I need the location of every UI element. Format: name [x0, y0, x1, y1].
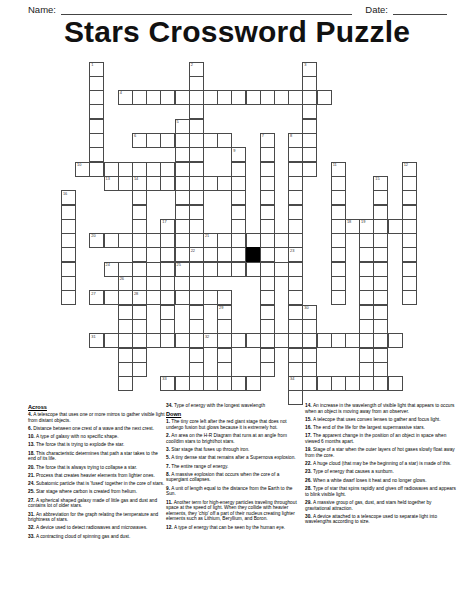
grid-cell[interactable]	[118, 262, 133, 277]
black-cell	[246, 247, 261, 262]
cell-number: 9	[233, 149, 235, 153]
grid-cell[interactable]	[189, 305, 204, 320]
grid-cell[interactable]	[331, 290, 346, 305]
grid-cell[interactable]	[175, 133, 190, 148]
grid-cell[interactable]	[260, 290, 275, 305]
grid-cell[interactable]	[118, 333, 133, 348]
grid-cell[interactable]	[373, 333, 388, 348]
grid-cell[interactable]	[231, 205, 246, 220]
clue-number: 8.	[166, 472, 171, 477]
grid-cell[interactable]	[274, 333, 289, 348]
grid-cell[interactable]	[118, 176, 133, 191]
grid-cell[interactable]: 20	[89, 233, 104, 248]
grid-cell[interactable]: 10	[75, 162, 90, 177]
grid-cell[interactable]	[331, 376, 346, 391]
grid-cell[interactable]	[217, 290, 232, 305]
grid-cell[interactable]	[118, 362, 133, 377]
grid-cell[interactable]	[373, 305, 388, 320]
grid-cell[interactable]	[160, 319, 175, 334]
grid-cell[interactable]	[89, 76, 104, 91]
grid-cell[interactable]	[317, 333, 332, 348]
grid-cell[interactable]: 9	[231, 147, 246, 162]
cell-number: 14	[134, 177, 138, 181]
grid-cell[interactable]: 7	[260, 133, 275, 148]
grid-cell[interactable]	[288, 276, 303, 291]
grid-cell[interactable]	[288, 262, 303, 277]
grid-cell[interactable]	[246, 333, 261, 348]
grid-cell[interactable]	[175, 247, 190, 262]
grid-cell[interactable]	[89, 90, 104, 105]
grid-cell[interactable]	[288, 190, 303, 205]
grid-cell[interactable]	[359, 319, 374, 334]
grid-cell[interactable]	[132, 162, 147, 177]
grid-cell[interactable]	[61, 262, 76, 277]
grid-cell[interactable]	[175, 90, 190, 105]
grid-cell[interactable]	[160, 176, 175, 191]
grid-cell[interactable]	[146, 176, 161, 191]
grid-cell[interactable]: 28	[132, 290, 147, 305]
grid-cell[interactable]	[160, 276, 175, 291]
clue-8-down: 8. A massive explosion that occurs when …	[166, 472, 302, 483]
grid-cell[interactable]	[189, 90, 204, 105]
grid-cell[interactable]	[189, 319, 204, 334]
grid-cell[interactable]	[260, 147, 275, 162]
grid-cell[interactable]: 18	[345, 219, 360, 234]
grid-cell[interactable]	[331, 262, 346, 277]
grid-cell[interactable]	[260, 305, 275, 320]
grid-cell[interactable]	[373, 362, 388, 377]
grid-cell[interactable]	[359, 362, 374, 377]
grid-cell[interactable]	[118, 305, 133, 320]
grid-cell[interactable]: 17	[160, 219, 175, 234]
grid-cell[interactable]	[302, 90, 317, 105]
grid-cell[interactable]	[118, 319, 133, 334]
grid-cell[interactable]	[302, 348, 317, 363]
grid-cell[interactable]	[317, 376, 332, 391]
grid-cell[interactable]	[132, 247, 147, 262]
clue-18-across: 18. This characteristic determines that …	[28, 451, 165, 462]
grid-cell[interactable]	[132, 333, 147, 348]
grid-cell[interactable]	[132, 205, 147, 220]
grid-cell[interactable]	[118, 162, 133, 177]
grid-cell[interactable]	[189, 362, 204, 377]
clue-number: 23.	[305, 469, 313, 474]
grid-cell[interactable]	[146, 162, 161, 177]
grid-cell[interactable]	[302, 133, 317, 148]
grid-cell[interactable]	[189, 147, 204, 162]
clue-17-down: 17. The apparent change in the position …	[305, 433, 458, 444]
grid-cell[interactable]	[359, 305, 374, 320]
grid-cell[interactable]: 30	[302, 305, 317, 320]
grid-cell[interactable]	[89, 133, 104, 148]
grid-cell[interactable]	[373, 247, 388, 262]
grid-cell[interactable]	[104, 333, 119, 348]
grid-cell[interactable]	[175, 205, 190, 220]
grid-cell[interactable]	[331, 190, 346, 205]
grid-cell[interactable]	[302, 162, 317, 177]
grid-cell[interactable]	[175, 162, 190, 177]
grid-cell[interactable]	[160, 133, 175, 148]
clue-number: 13.	[28, 442, 36, 447]
grid-cell[interactable]	[104, 290, 119, 305]
grid-cell[interactable]	[217, 348, 232, 363]
down-header: Down	[166, 411, 302, 417]
grid-cell[interactable]	[288, 176, 303, 191]
grid-cell[interactable]	[175, 176, 190, 191]
grid-cell[interactable]: 16	[61, 190, 76, 205]
grid-cell[interactable]	[61, 205, 76, 220]
grid-cell[interactable]	[61, 233, 76, 248]
grid-cell[interactable]	[189, 133, 204, 148]
grid-cell[interactable]: 21	[203, 233, 218, 248]
grid-cell[interactable]: 12	[402, 162, 417, 177]
grid-cell[interactable]	[359, 376, 374, 391]
grid-cell[interactable]	[61, 219, 76, 234]
grid-cell[interactable]	[189, 76, 204, 91]
grid-cell[interactable]	[189, 104, 204, 119]
grid-cell[interactable]: 1	[89, 62, 104, 77]
grid-cell[interactable]	[217, 176, 232, 191]
grid-cell[interactable]	[388, 219, 403, 234]
grid-cell[interactable]	[175, 190, 190, 205]
grid-cell[interactable]	[217, 247, 232, 262]
grid-cell[interactable]	[175, 333, 190, 348]
grid-cell[interactable]	[217, 262, 232, 277]
grid-cell[interactable]	[345, 333, 360, 348]
grid-cell[interactable]	[146, 333, 161, 348]
grid-cell[interactable]	[246, 376, 261, 391]
grid-cell[interactable]	[402, 290, 417, 305]
grid-cell[interactable]	[217, 362, 232, 377]
grid-cell[interactable]	[302, 362, 317, 377]
grid-cell[interactable]	[104, 233, 119, 248]
grid-cell[interactable]	[160, 162, 175, 177]
grid-cell[interactable]	[118, 233, 133, 248]
grid-cell[interactable]	[231, 376, 246, 391]
grid-cell[interactable]	[61, 290, 76, 305]
grid-cell[interactable]	[175, 290, 190, 305]
grid-cell[interactable]	[260, 362, 275, 377]
grid-cell[interactable]	[189, 290, 204, 305]
grid-cell[interactable]	[359, 247, 374, 262]
grid-cell[interactable]	[288, 348, 303, 363]
grid-cell[interactable]	[345, 376, 360, 391]
clue-number: 18.	[28, 451, 36, 456]
clue-number: 11.	[166, 500, 174, 505]
grid-cell[interactable]	[260, 276, 275, 291]
grid-cell[interactable]: 2	[189, 62, 204, 77]
grid-cell[interactable]	[203, 90, 218, 105]
grid-cell[interactable]	[288, 319, 303, 334]
grid-cell[interactable]	[260, 319, 275, 334]
grid-cell[interactable]	[231, 247, 246, 262]
grid-cell[interactable]	[373, 290, 388, 305]
grid-cell[interactable]: 6	[132, 133, 147, 148]
grid-cell[interactable]	[203, 376, 218, 391]
grid-cell[interactable]	[61, 276, 76, 291]
grid-cell[interactable]: 14	[132, 176, 147, 191]
grid-cell[interactable]	[274, 233, 289, 248]
grid-cell[interactable]	[132, 262, 147, 277]
grid-cell[interactable]	[331, 247, 346, 262]
clue-number: 26.	[305, 478, 313, 483]
grid-cell[interactable]	[132, 233, 147, 248]
clue-number: 31.	[28, 512, 36, 517]
grid-cell[interactable]	[274, 262, 289, 277]
grid-cell[interactable]	[260, 233, 275, 248]
grid-cell[interactable]	[402, 190, 417, 205]
grid-cell[interactable]	[359, 333, 374, 348]
grid-cell[interactable]	[288, 233, 303, 248]
grid-cell[interactable]	[189, 190, 204, 205]
grid-cell[interactable]	[132, 276, 147, 291]
grid-cell[interactable]: 26	[118, 276, 133, 291]
grid-cell[interactable]	[132, 319, 147, 334]
cell-number: 15	[375, 177, 379, 181]
clue-number: 4.	[28, 412, 33, 417]
grid-cell[interactable]	[317, 90, 332, 105]
cell-number: 3	[304, 63, 306, 67]
grid-cell[interactable]: 13	[104, 176, 119, 191]
grid-cell[interactable]: 31	[89, 333, 104, 348]
grid-cell[interactable]	[402, 262, 417, 277]
grid-cell[interactable]: 29	[217, 305, 232, 320]
grid-cell[interactable]: 24	[104, 262, 119, 277]
grid-cell[interactable]	[146, 262, 161, 277]
grid-cell[interactable]	[189, 219, 204, 234]
grid-cell[interactable]	[331, 233, 346, 248]
grid-cell[interactable]	[146, 133, 161, 148]
grid-cell[interactable]	[231, 262, 246, 277]
grid-cell[interactable]	[373, 262, 388, 277]
grid-cell[interactable]	[160, 333, 175, 348]
grid-cell[interactable]	[331, 219, 346, 234]
grid-cell[interactable]	[89, 162, 104, 177]
grid-cell[interactable]	[146, 233, 161, 248]
grid-cell[interactable]	[302, 319, 317, 334]
cell-number: 30	[304, 306, 308, 310]
grid-cell[interactable]	[288, 162, 303, 177]
grid-cell[interactable]	[132, 305, 147, 320]
grid-cell[interactable]	[89, 104, 104, 119]
grid-cell[interactable]	[217, 233, 232, 248]
grid-cell[interactable]	[160, 90, 175, 105]
cell-number: 33	[162, 377, 166, 381]
grid-cell[interactable]	[118, 290, 133, 305]
grid-cell[interactable]	[175, 219, 190, 234]
grid-cell[interactable]	[189, 333, 204, 348]
grid-cell[interactable]	[118, 376, 133, 391]
grid-cell[interactable]: 27	[89, 290, 104, 305]
grid-cell[interactable]	[260, 333, 275, 348]
grid-cell[interactable]	[331, 276, 346, 291]
grid-cell[interactable]	[203, 176, 218, 191]
grid-cell[interactable]	[132, 190, 147, 205]
grid-cell[interactable]	[189, 276, 204, 291]
grid-cell[interactable]: 25	[175, 262, 190, 277]
grid-cell[interactable]	[203, 133, 218, 148]
grid-cell[interactable]: 33	[160, 376, 175, 391]
grid-cell[interactable]	[189, 162, 204, 177]
grid-cell[interactable]	[217, 319, 232, 334]
grid-cell[interactable]	[231, 333, 246, 348]
grid-cell[interactable]	[104, 162, 119, 177]
grid-cell[interactable]	[402, 233, 417, 248]
grid-cell[interactable]	[388, 333, 403, 348]
grid-cell[interactable]	[231, 190, 246, 205]
cell-number: 28	[134, 292, 138, 296]
grid-cell[interactable]	[402, 276, 417, 291]
grid-cell[interactable]	[246, 90, 261, 105]
grid-cell[interactable]	[373, 348, 388, 363]
grid-cell[interactable]	[89, 147, 104, 162]
grid-cell[interactable]	[231, 176, 246, 191]
grid-cell[interactable]	[373, 319, 388, 334]
clue-9-down: 9. A unit of length equal to the distanc…	[166, 486, 302, 497]
grid-cell[interactable]	[189, 205, 204, 220]
grid-cell[interactable]	[288, 290, 303, 305]
cell-number: 29	[219, 306, 223, 310]
grid-cell[interactable]	[373, 376, 388, 391]
grid-cell[interactable]	[274, 90, 289, 105]
grid-cell[interactable]	[203, 262, 218, 277]
cell-number: 24	[105, 263, 109, 267]
grid-cell[interactable]	[402, 219, 417, 234]
grid-cell[interactable]	[373, 276, 388, 291]
grid-cell[interactable]	[160, 290, 175, 305]
grid-cell[interactable]	[189, 348, 204, 363]
grid-cell[interactable]	[302, 376, 317, 391]
grid-cell[interactable]	[260, 247, 275, 262]
grid-cell[interactable]	[132, 348, 147, 363]
grid-cell[interactable]	[246, 262, 261, 277]
grid-cell[interactable]: 22	[189, 247, 204, 262]
grid-cell[interactable]	[175, 233, 190, 248]
grid-cell[interactable]	[160, 247, 175, 262]
grid-cell[interactable]	[231, 162, 246, 177]
grid-cell[interactable]	[288, 147, 303, 162]
grid-cell[interactable]	[189, 176, 204, 191]
clue-number: 34.	[166, 403, 174, 408]
clue-number: 1.	[166, 419, 171, 424]
grid-cell[interactable]	[402, 247, 417, 262]
grid-cell[interactable]	[189, 376, 204, 391]
grid-cell[interactable]	[260, 90, 275, 105]
grid-cell[interactable]	[118, 348, 133, 363]
grid-cell[interactable]: 15	[373, 176, 388, 191]
grid-cell[interactable]	[260, 348, 275, 363]
grid-cell[interactable]	[302, 333, 317, 348]
grid-cell[interactable]	[260, 262, 275, 277]
grid-cell[interactable]	[373, 205, 388, 220]
grid-cell[interactable]	[89, 119, 104, 134]
grid-cell[interactable]	[189, 262, 204, 277]
grid-cell[interactable]	[373, 190, 388, 205]
grid-cell[interactable]	[160, 233, 175, 248]
grid-cell[interactable]	[231, 233, 246, 248]
grid-cell[interactable]: 32	[203, 333, 218, 348]
cell-number: 13	[105, 177, 109, 181]
grid-cell[interactable]	[260, 205, 275, 220]
grid-cell[interactable]	[146, 90, 161, 105]
grid-cell[interactable]	[217, 133, 232, 148]
grid-cell[interactable]: 19	[359, 219, 374, 234]
grid-cell[interactable]	[359, 290, 374, 305]
grid-cell[interactable]	[160, 262, 175, 277]
grid-cell[interactable]	[373, 219, 388, 234]
grid-cell[interactable]	[359, 262, 374, 277]
grid-cell[interactable]: 4	[118, 90, 133, 105]
cell-number: 6	[134, 134, 136, 138]
grid-cell[interactable]	[288, 90, 303, 105]
grid-cell[interactable]	[217, 90, 232, 105]
grid-cell[interactable]	[302, 147, 317, 162]
grid-cell[interactable]	[288, 362, 303, 377]
grid-cell[interactable]	[402, 205, 417, 220]
grid-cell[interactable]: 8	[288, 133, 303, 148]
grid-cell[interactable]	[231, 219, 246, 234]
grid-cell[interactable]	[203, 290, 218, 305]
grid-cell[interactable]	[331, 176, 346, 191]
grid-cell[interactable]	[260, 162, 275, 177]
grid-cell[interactable]	[132, 90, 147, 105]
clue-11-down: 11. Another term for high-energy particl…	[166, 500, 302, 522]
clue-number: 2.	[166, 433, 171, 438]
grid-cell[interactable]	[231, 90, 246, 105]
clue-21-across: 21. Process that creates heavier element…	[28, 473, 165, 479]
grid-cell[interactable]	[189, 119, 204, 134]
grid-cell[interactable]	[359, 233, 374, 248]
grid-cell[interactable]	[132, 362, 147, 377]
grid-cell[interactable]	[260, 190, 275, 205]
grid-cell[interactable]	[402, 176, 417, 191]
grid-cell[interactable]: 5	[175, 119, 190, 134]
grid-cell[interactable]: 3	[302, 62, 317, 77]
grid-cell[interactable]	[246, 233, 261, 248]
grid-cell[interactable]	[217, 376, 232, 391]
grid-cell[interactable]	[388, 376, 403, 391]
grid-cell[interactable]	[331, 333, 346, 348]
grid-cell[interactable]: 34	[288, 376, 303, 391]
grid-cell[interactable]	[288, 333, 303, 348]
grid-cell[interactable]	[260, 219, 275, 234]
grid-cell[interactable]	[217, 333, 232, 348]
cell-number: 19	[361, 220, 365, 224]
grid-cell[interactable]	[302, 76, 317, 91]
grid-cell[interactable]	[260, 176, 275, 191]
grid-cell[interactable]	[160, 305, 175, 320]
clue-number: 17.	[305, 433, 313, 438]
grid-cell[interactable]	[331, 205, 346, 220]
grid-cell[interactable]	[302, 104, 317, 119]
grid-cell[interactable]	[359, 276, 374, 291]
grid-cell[interactable]	[288, 205, 303, 220]
grid-cell[interactable]	[302, 119, 317, 134]
grid-cell[interactable]	[175, 147, 190, 162]
grid-cell[interactable]	[132, 219, 147, 234]
grid-cell[interactable]	[175, 376, 190, 391]
clue-column-down: 14. An increase in the wavelength of vis…	[305, 403, 458, 528]
grid-cell[interactable]	[203, 247, 218, 262]
grid-cell[interactable]: 23	[288, 247, 303, 262]
grid-cell[interactable]	[288, 219, 303, 234]
grid-cell[interactable]	[373, 233, 388, 248]
grid-cell[interactable]	[288, 305, 303, 320]
grid-cell[interactable]: 11	[331, 162, 346, 177]
grid-cell[interactable]	[359, 348, 374, 363]
grid-cell[interactable]	[146, 290, 161, 305]
grid-cell[interactable]	[61, 247, 76, 262]
